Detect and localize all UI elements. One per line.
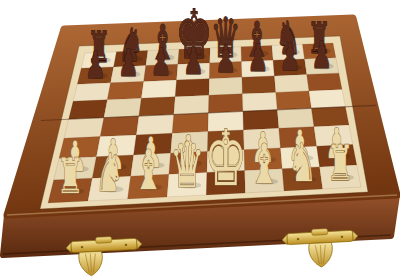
- piece-white-king-e1[interactable]: ♚: [204, 114, 247, 203]
- brass-clasp-right-knob: [312, 229, 328, 236]
- square-f5[interactable]: [242, 92, 277, 111]
- square-h5[interactable]: [309, 89, 345, 108]
- piece-white-knight-b1[interactable]: ♞: [95, 142, 124, 203]
- piece-white-rook-h1[interactable]: ♜: [327, 134, 354, 192]
- piece-white-rook-a1[interactable]: ♜: [57, 148, 84, 206]
- piece-white-knight-g1[interactable]: ♞: [288, 132, 317, 193]
- brass-clasp-left-knob: [96, 237, 112, 244]
- brass-clasp-left[interactable]: [66, 235, 144, 277]
- square-c5[interactable]: [139, 97, 175, 116]
- chess-board: ♜♞♝♚♛♝♞♜♟♟♟♟♟♟♟♟♟♟♟♟♟♟♟♟♜♞♝♛♚♝♞♜: [0, 0, 400, 279]
- brass-clasp-right[interactable]: [282, 227, 360, 269]
- piece-black-pawn-a7[interactable]: ♟: [85, 43, 106, 86]
- piece-black-pawn-d7[interactable]: ♟: [183, 39, 204, 82]
- piece-black-pawn-h7[interactable]: ♟: [311, 33, 332, 76]
- piece-black-pawn-c7[interactable]: ♟: [150, 40, 171, 83]
- piece-white-queen-d1[interactable]: ♛: [170, 130, 205, 202]
- piece-white-bishop-f1[interactable]: ♝: [249, 133, 279, 197]
- square-e5[interactable]: [208, 94, 243, 113]
- square-g5[interactable]: [276, 91, 312, 110]
- chess-set-photo: ♜♞♝♚♛♝♞♜♟♟♟♟♟♟♟♟♟♟♟♟♟♟♟♟♜♞♝♛♚♝♞♜: [0, 0, 400, 279]
- piece-black-pawn-e7[interactable]: ♟: [215, 37, 236, 80]
- piece-black-pawn-b7[interactable]: ♟: [118, 42, 139, 85]
- piece-black-pawn-g7[interactable]: ♟: [279, 35, 300, 78]
- piece-white-bishop-c1[interactable]: ♝: [133, 139, 163, 203]
- square-a5[interactable]: [69, 100, 108, 119]
- piece-black-pawn-f7[interactable]: ♟: [247, 36, 268, 79]
- square-b5[interactable]: [104, 98, 141, 117]
- square-d5[interactable]: [174, 95, 209, 114]
